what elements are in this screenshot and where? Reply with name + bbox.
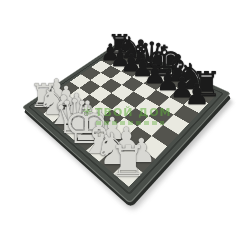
square-f8 xyxy=(166,74,188,89)
square-g3 xyxy=(125,126,151,147)
square-h7 xyxy=(184,96,209,113)
square-a3 xyxy=(59,82,80,96)
square-a1 xyxy=(34,98,56,114)
square-h5 xyxy=(163,115,189,135)
square-c5 xyxy=(101,79,122,93)
square-f5 xyxy=(135,99,159,116)
square-f6 xyxy=(146,90,169,106)
square-b6 xyxy=(101,66,121,79)
square-c7 xyxy=(121,64,141,77)
square-g8 xyxy=(179,80,202,95)
square-g6 xyxy=(159,97,183,114)
square-d2 xyxy=(76,111,100,129)
square-a8 xyxy=(110,48,129,59)
square-a2 xyxy=(47,89,68,104)
square-f3 xyxy=(112,118,137,138)
square-b1 xyxy=(43,105,66,122)
square-e1 xyxy=(74,129,99,150)
square-d6 xyxy=(122,77,144,92)
square-e7 xyxy=(144,75,166,90)
square-a5 xyxy=(81,67,101,80)
square-b3 xyxy=(68,88,90,103)
square-b4 xyxy=(79,80,100,94)
square-f7 xyxy=(156,82,179,97)
square-g7 xyxy=(169,88,193,104)
square-e2 xyxy=(87,119,112,139)
square-d8 xyxy=(141,63,162,76)
square-a7 xyxy=(101,54,120,66)
square-e4 xyxy=(112,100,136,117)
square-e3 xyxy=(100,109,124,128)
square-b7 xyxy=(111,59,131,71)
square-a6 xyxy=(91,60,111,72)
square-b2 xyxy=(56,96,78,112)
square-a4 xyxy=(70,74,90,88)
square-e5 xyxy=(123,92,146,108)
square-d7 xyxy=(132,70,153,84)
square-h8 xyxy=(193,87,217,103)
square-g1 xyxy=(99,149,127,174)
square-b8 xyxy=(120,52,139,64)
square-e8 xyxy=(153,68,174,82)
square-e6 xyxy=(134,83,156,98)
square-c6 xyxy=(111,71,132,85)
square-c1 xyxy=(53,112,76,130)
chess-board xyxy=(22,42,231,204)
square-d5 xyxy=(111,85,133,100)
square-g2 xyxy=(113,137,140,160)
square-h6 xyxy=(174,105,199,124)
square-d4 xyxy=(100,93,123,109)
square-c3 xyxy=(78,95,100,111)
square-c4 xyxy=(90,86,112,101)
square-d1 xyxy=(63,121,87,141)
square-d3 xyxy=(89,102,112,119)
square-g4 xyxy=(137,116,163,136)
square-h4 xyxy=(152,125,179,146)
square-f4 xyxy=(124,108,149,127)
square-h1 xyxy=(113,160,142,187)
square-f2 xyxy=(100,128,126,149)
square-f1 xyxy=(86,139,113,162)
square-c8 xyxy=(130,57,150,69)
square-h3 xyxy=(140,136,167,159)
square-h2 xyxy=(127,148,155,173)
square-c2 xyxy=(66,103,89,120)
product-photo: ♜♞♝♛♚♝♞♜♟♟♟♟♟♟♟♟♟♟♟♟♟♟♟♟♜♞♝♛♚♝♞♜ ✳ ТВОЙ … xyxy=(0,0,236,236)
square-g5 xyxy=(149,106,174,125)
square-b5 xyxy=(90,73,111,87)
